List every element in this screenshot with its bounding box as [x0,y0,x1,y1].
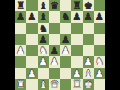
square-f6[interactable] [71,23,82,34]
black-knight[interactable]: ♞ [61,11,70,22]
square-b8[interactable] [26,0,37,11]
white-rook[interactable]: ♜ [16,79,25,90]
square-g1[interactable]: ♚ [83,79,94,90]
square-h4[interactable] [94,45,105,56]
square-e8[interactable] [60,0,71,11]
square-b4[interactable] [26,45,37,56]
square-b2[interactable]: ♟ [26,68,37,79]
square-g2[interactable]: ♝ [83,68,94,79]
white-pawn[interactable]: ♟ [39,56,48,67]
square-a6[interactable] [15,23,26,34]
square-e6[interactable] [60,23,71,34]
square-b6[interactable] [26,23,37,34]
square-d2[interactable] [49,68,60,79]
square-e7[interactable]: ♞ [60,11,71,22]
square-f3[interactable] [71,56,82,67]
square-e4[interactable]: ♟ [60,45,71,56]
black-pawn[interactable]: ♟ [16,11,25,22]
black-pawn[interactable]: ♟ [61,34,70,45]
square-g8[interactable]: ♚ [83,0,94,11]
white-knight[interactable]: ♞ [95,56,104,67]
chess-app-viewport: ♜♝♛♜♚♟♟♝♞♟♟♟♞♟♟♟♞♟♟♟♟♟♞♟♟♝♟♜♝♛♜♚ [0,0,120,90]
square-a1[interactable]: ♜ [15,79,26,90]
black-rook[interactable]: ♜ [72,0,81,11]
square-c2[interactable] [38,68,49,79]
white-rook[interactable]: ♜ [72,79,81,90]
black-pawn[interactable]: ♟ [39,34,48,45]
square-h8[interactable] [94,0,105,11]
square-h1[interactable] [94,79,105,90]
letterbox-left [0,0,15,90]
square-d5[interactable] [49,34,60,45]
black-bishop[interactable]: ♝ [39,0,48,11]
square-g5[interactable] [83,34,94,45]
square-b3[interactable] [26,56,37,67]
square-e2[interactable] [60,68,71,79]
white-bishop[interactable]: ♝ [84,68,93,79]
white-king[interactable]: ♚ [84,79,93,90]
black-pawn[interactable]: ♟ [72,11,81,22]
square-b7[interactable]: ♟ [26,11,37,22]
black-bishop[interactable]: ♝ [39,11,48,22]
white-pawn[interactable]: ♟ [16,45,25,56]
square-c1[interactable]: ♝ [38,79,49,90]
square-a3[interactable] [15,56,26,67]
square-h5[interactable] [94,34,105,45]
square-a8[interactable]: ♜ [15,0,26,11]
chess-board[interactable]: ♜♝♛♜♚♟♟♝♞♟♟♟♞♟♟♟♞♟♟♟♟♟♞♟♟♝♟♜♝♛♜♚ [15,0,105,90]
square-f4[interactable] [71,45,82,56]
square-f7[interactable]: ♟ [71,11,82,22]
square-b1[interactable] [26,79,37,90]
square-a4[interactable]: ♟ [15,45,26,56]
black-king[interactable]: ♚ [84,0,93,11]
square-f8[interactable]: ♜ [71,0,82,11]
square-c7[interactable]: ♝ [38,11,49,22]
square-d1[interactable]: ♛ [49,79,60,90]
white-pawn[interactable]: ♟ [50,56,59,67]
square-c6[interactable]: ♞ [38,23,49,34]
white-bishop[interactable]: ♝ [39,79,48,90]
square-d6[interactable] [49,23,60,34]
square-e3[interactable] [60,56,71,67]
black-pawn[interactable]: ♟ [84,11,93,22]
square-g3[interactable]: ♟ [83,56,94,67]
black-pawn[interactable]: ♟ [95,11,104,22]
square-c3[interactable]: ♟ [38,56,49,67]
black-knight[interactable]: ♞ [39,23,48,34]
square-h3[interactable]: ♞ [94,56,105,67]
square-c4[interactable]: ♞ [38,45,49,56]
square-d4[interactable]: ♟ [49,45,60,56]
square-d8[interactable]: ♛ [49,0,60,11]
square-a5[interactable] [15,34,26,45]
white-pawn[interactable]: ♟ [95,68,104,79]
square-e5[interactable]: ♟ [60,34,71,45]
square-a2[interactable] [15,68,26,79]
white-queen[interactable]: ♛ [50,79,59,90]
black-pawn[interactable]: ♟ [27,11,36,22]
square-d7[interactable] [49,11,60,22]
square-h2[interactable]: ♟ [94,68,105,79]
square-c8[interactable]: ♝ [38,0,49,11]
square-h7[interactable]: ♟ [94,11,105,22]
black-rook[interactable]: ♜ [16,0,25,11]
white-pawn[interactable]: ♟ [72,68,81,79]
square-b5[interactable] [26,34,37,45]
square-h6[interactable] [94,23,105,34]
letterbox-right [105,0,120,90]
white-pawn[interactable]: ♟ [27,68,36,79]
white-pawn[interactable]: ♟ [84,56,93,67]
square-f2[interactable]: ♟ [71,68,82,79]
square-g6[interactable] [83,23,94,34]
square-c5[interactable]: ♟ [38,34,49,45]
square-f1[interactable]: ♜ [71,79,82,90]
square-f5[interactable] [71,34,82,45]
white-pawn[interactable]: ♟ [61,45,70,56]
square-a7[interactable]: ♟ [15,11,26,22]
black-pawn[interactable]: ♟ [50,45,59,56]
square-g7[interactable]: ♟ [83,11,94,22]
square-g4[interactable] [83,45,94,56]
black-queen[interactable]: ♛ [50,0,59,11]
white-knight[interactable]: ♞ [39,45,48,56]
square-d3[interactable]: ♟ [49,56,60,67]
square-e1[interactable] [60,79,71,90]
